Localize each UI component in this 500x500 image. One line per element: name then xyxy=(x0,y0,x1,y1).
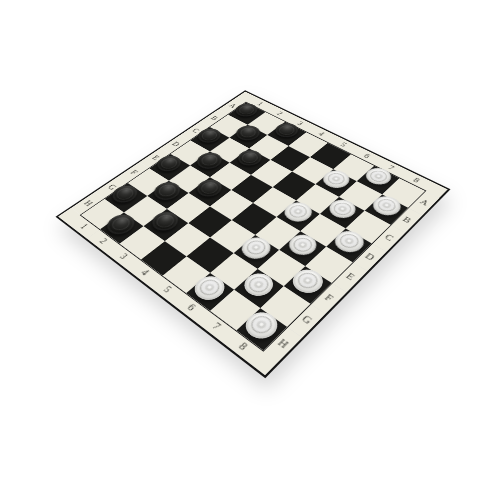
coordinate-text: 3 xyxy=(118,252,130,261)
coordinate-text: F xyxy=(323,293,335,303)
product-photo-stage: 12345678AABBCCDDEEFFGGHH12345678 xyxy=(0,0,500,500)
board-scene: 12345678AABBCCDDEEFFGGHH12345678 xyxy=(0,0,500,500)
border-corner xyxy=(425,183,448,198)
coordinate-text: G xyxy=(299,314,313,326)
checkers-board: 12345678AABBCCDDEEFFGGHH12345678 xyxy=(58,92,447,375)
coordinate-text: 2 xyxy=(275,111,284,117)
coordinate-text: 7 xyxy=(210,321,223,332)
coordinate-text: E xyxy=(344,272,356,282)
coordinate-text: 6 xyxy=(362,153,371,160)
coordinate-text: 1 xyxy=(78,223,89,231)
white-piece-E7[interactable] xyxy=(283,230,322,259)
coordinate-text: 8 xyxy=(411,177,421,184)
coordinate-text: 2 xyxy=(97,237,108,245)
coordinate-text: B xyxy=(401,215,413,224)
coordinate-text: D xyxy=(363,252,376,262)
black-piece-F2[interactable] xyxy=(150,179,185,203)
coordinate-text: A xyxy=(418,198,430,207)
square-D4[interactable] xyxy=(231,174,273,203)
coordinate-text: 8 xyxy=(236,341,249,352)
coordinate-text: C xyxy=(383,233,395,242)
coordinate-text: 5 xyxy=(339,142,348,148)
coordinate-text: 5 xyxy=(161,285,173,295)
coordinate-text: 4 xyxy=(317,131,326,137)
coordinate-text: 6 xyxy=(185,302,197,312)
coordinate-text: H xyxy=(276,337,291,350)
coordinate-text: 4 xyxy=(139,268,151,277)
